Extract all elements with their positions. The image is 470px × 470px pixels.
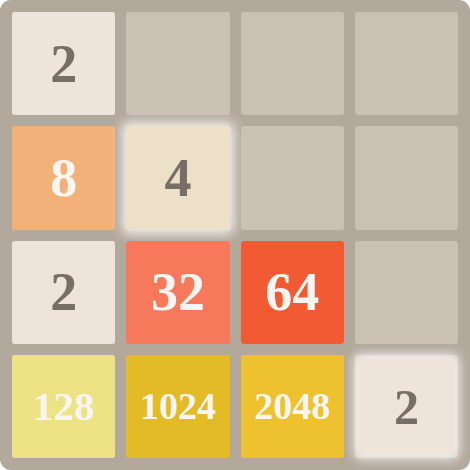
cell-r1c1: 2: [12, 12, 115, 115]
tile-2: 2: [358, 358, 454, 454]
tile-4: 4: [126, 126, 229, 229]
tile-2: 2: [12, 241, 115, 344]
cell-r2c4: [355, 126, 458, 229]
tile-32: 32: [126, 241, 229, 344]
tile-1024: 1024: [126, 355, 229, 458]
tile-8: 8: [12, 126, 115, 229]
tile-128: 128: [12, 355, 115, 458]
cell-r3c4: [355, 241, 458, 344]
tile-64: 64: [241, 241, 344, 344]
cell-r3c2: 32: [126, 241, 229, 344]
tile-2048: 2048: [241, 355, 344, 458]
cell-r4c1: 128: [12, 355, 115, 458]
cell-r3c3: 64: [241, 241, 344, 344]
cell-r4c2: 1024: [126, 355, 229, 458]
cell-r1c4: [355, 12, 458, 115]
cell-r4c4: 2: [355, 355, 458, 458]
cell-r2c3: [241, 126, 344, 229]
cell-r2c2: 4: [126, 126, 229, 229]
cell-r2c1: 8: [12, 126, 115, 229]
cell-r4c3: 2048: [241, 355, 344, 458]
cell-r1c3: [241, 12, 344, 115]
cell-r1c2: [126, 12, 229, 115]
tile-2: 2: [12, 12, 115, 115]
board-2048[interactable]: 28423264128102420482: [0, 0, 470, 470]
cell-r3c1: 2: [12, 241, 115, 344]
